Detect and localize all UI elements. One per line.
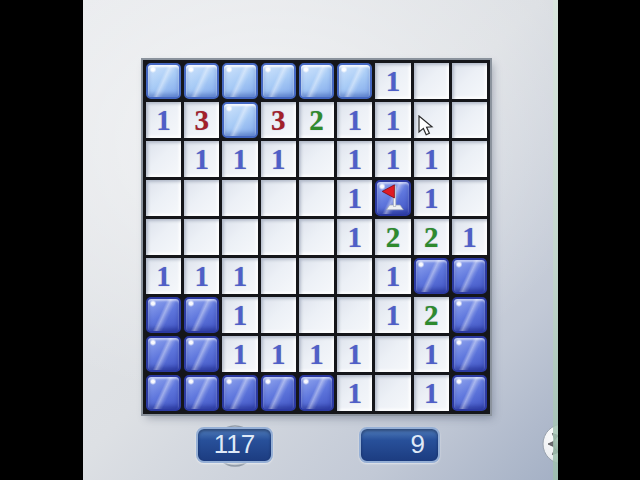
timer-value: 117 — [214, 429, 255, 459]
cell-r5c6[interactable]: 1 — [337, 219, 372, 255]
cell-r6c6[interactable] — [337, 258, 372, 294]
cell-r4c9[interactable] — [452, 180, 487, 216]
cell-r1c4[interactable] — [261, 63, 296, 99]
cell-r4c3[interactable] — [222, 180, 257, 216]
cell-r7c6[interactable] — [337, 297, 372, 333]
cell-r5c3[interactable] — [222, 219, 257, 255]
cell-r7c7[interactable]: 1 — [375, 297, 410, 333]
cell-r6c7[interactable]: 1 — [375, 258, 410, 294]
cell-r4c1[interactable] — [146, 180, 181, 216]
cell-r1c9[interactable] — [452, 63, 487, 99]
cell-r3c6[interactable]: 1 — [337, 141, 372, 177]
cell-r7c9[interactable] — [452, 297, 487, 333]
cell-r6c2[interactable]: 1 — [184, 258, 219, 294]
letterbox-left — [0, 0, 83, 480]
cell-r8c8[interactable]: 1 — [414, 336, 449, 372]
mines-remaining-display: 9 — [359, 427, 440, 463]
cell-r8c3[interactable]: 1 — [222, 336, 257, 372]
cell-r9c7[interactable] — [375, 375, 410, 411]
game-window: 11332111111111 1122111111121111111 117 9 — [83, 0, 558, 480]
cell-r4c5[interactable] — [299, 180, 334, 216]
cell-r3c3[interactable]: 1 — [222, 141, 257, 177]
cell-r8c4[interactable]: 1 — [261, 336, 296, 372]
cell-r3c5[interactable] — [299, 141, 334, 177]
cell-r6c8[interactable] — [414, 258, 449, 294]
cell-r8c1[interactable] — [146, 336, 181, 372]
screenshot-stage: 11332111111111 1122111111121111111 117 9 — [0, 0, 640, 480]
cell-r5c1[interactable] — [146, 219, 181, 255]
cell-r9c9[interactable] — [452, 375, 487, 411]
cell-r5c4[interactable] — [261, 219, 296, 255]
cell-r8c2[interactable] — [184, 336, 219, 372]
cell-r9c6[interactable]: 1 — [337, 375, 372, 411]
cell-r6c4[interactable] — [261, 258, 296, 294]
cell-r6c1[interactable]: 1 — [146, 258, 181, 294]
cell-r5c7[interactable]: 2 — [375, 219, 410, 255]
cell-r5c9[interactable]: 1 — [452, 219, 487, 255]
cell-r9c3[interactable] — [222, 375, 257, 411]
minefield-board: 11332111111111 1122111111121111111 — [143, 60, 490, 414]
cell-r2c4[interactable]: 3 — [261, 102, 296, 138]
cell-r4c4[interactable] — [261, 180, 296, 216]
cell-r7c5[interactable] — [299, 297, 334, 333]
arrow-cursor-icon — [418, 115, 434, 137]
cell-r3c4[interactable]: 1 — [261, 141, 296, 177]
timer-display: 117 — [196, 427, 273, 463]
cell-r7c4[interactable] — [261, 297, 296, 333]
cell-r5c8[interactable]: 2 — [414, 219, 449, 255]
cell-r7c3[interactable]: 1 — [222, 297, 257, 333]
cell-r2c1[interactable]: 1 — [146, 102, 181, 138]
cell-r2c3[interactable] — [222, 102, 257, 138]
cell-r1c5[interactable] — [299, 63, 334, 99]
cell-r9c1[interactable] — [146, 375, 181, 411]
cell-r2c5[interactable]: 2 — [299, 102, 334, 138]
cell-r1c6[interactable] — [337, 63, 372, 99]
cell-r6c3[interactable]: 1 — [222, 258, 257, 294]
flag-icon — [377, 182, 409, 214]
cell-r3c2[interactable]: 1 — [184, 141, 219, 177]
cell-r1c3[interactable] — [222, 63, 257, 99]
cell-r9c5[interactable] — [299, 375, 334, 411]
cell-r7c8[interactable]: 2 — [414, 297, 449, 333]
cell-r2c6[interactable]: 1 — [337, 102, 372, 138]
cell-r1c2[interactable] — [184, 63, 219, 99]
cell-r9c2[interactable] — [184, 375, 219, 411]
mines-remaining-value: 9 — [411, 429, 425, 459]
cell-r1c7[interactable]: 1 — [375, 63, 410, 99]
cell-r7c2[interactable] — [184, 297, 219, 333]
cell-r8c9[interactable] — [452, 336, 487, 372]
cell-r8c5[interactable]: 1 — [299, 336, 334, 372]
cell-r3c8[interactable]: 1 — [414, 141, 449, 177]
cell-r2c9[interactable] — [452, 102, 487, 138]
cell-r4c2[interactable] — [184, 180, 219, 216]
cell-r9c8[interactable]: 1 — [414, 375, 449, 411]
cell-r4c6[interactable]: 1 — [337, 180, 372, 216]
cell-r4c7[interactable] — [375, 180, 410, 216]
cell-r8c7[interactable] — [375, 336, 410, 372]
cell-r5c5[interactable] — [299, 219, 334, 255]
cell-r5c2[interactable] — [184, 219, 219, 255]
cell-r7c1[interactable] — [146, 297, 181, 333]
cell-r3c1[interactable] — [146, 141, 181, 177]
letterbox-right — [558, 0, 640, 480]
cell-r9c4[interactable] — [261, 375, 296, 411]
cell-r8c6[interactable]: 1 — [337, 336, 372, 372]
cell-r2c2[interactable]: 3 — [184, 102, 219, 138]
cell-r1c8[interactable] — [414, 63, 449, 99]
cell-r3c7[interactable]: 1 — [375, 141, 410, 177]
cell-r1c1[interactable] — [146, 63, 181, 99]
cell-r2c7[interactable]: 1 — [375, 102, 410, 138]
cell-r6c9[interactable] — [452, 258, 487, 294]
cell-r4c8[interactable]: 1 — [414, 180, 449, 216]
cell-r3c9[interactable] — [452, 141, 487, 177]
cell-r6c5[interactable] — [299, 258, 334, 294]
